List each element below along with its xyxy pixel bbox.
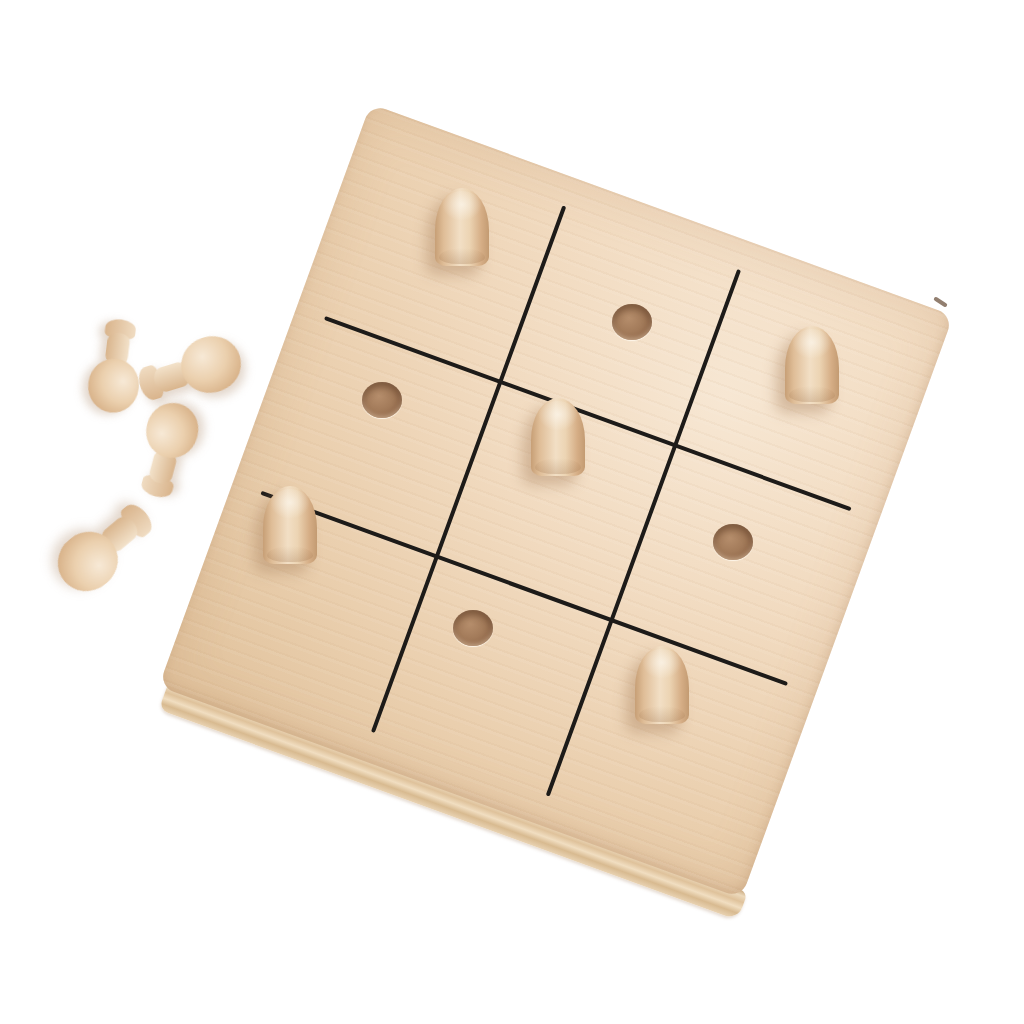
loose-pegs-area — [0, 0, 1024, 1024]
loose-peg-bulb — [174, 329, 248, 400]
loose-peg-4[interactable] — [46, 491, 164, 603]
loose-peg-3[interactable] — [130, 397, 205, 503]
scene — [0, 0, 1024, 1024]
loose-peg-2[interactable] — [132, 329, 248, 413]
